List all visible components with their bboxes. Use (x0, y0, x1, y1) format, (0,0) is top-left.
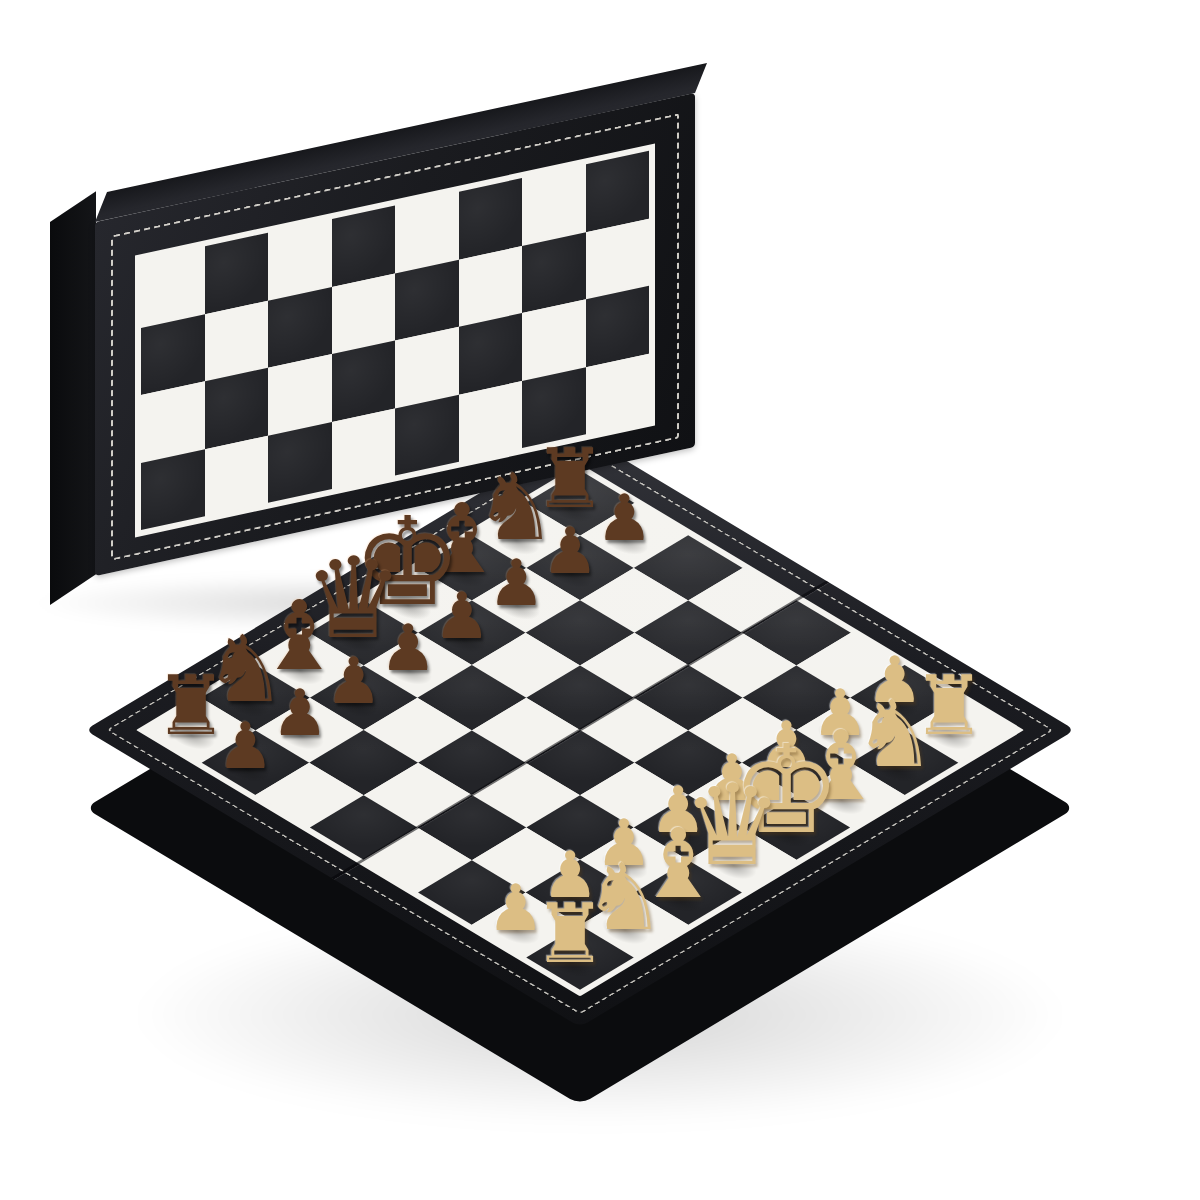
square (586, 353, 650, 434)
square (459, 381, 523, 462)
upright-board-left-edge (50, 191, 96, 605)
square (332, 408, 396, 489)
square (268, 422, 332, 503)
square (395, 394, 459, 475)
product-photo-scene: ♜♟♞♟♝♟♚♟♛♟♝♟♟♞♜♟♟♜♞♟♟♝♟♚♟♛♟♝♟♞♟♜ (0, 0, 1200, 1200)
square (522, 367, 586, 448)
square (141, 449, 205, 530)
square (205, 435, 269, 516)
